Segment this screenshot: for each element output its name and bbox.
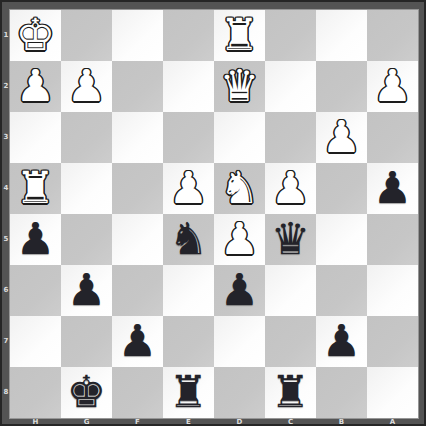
white-rook-d1[interactable]: ♜ [214,10,265,61]
black-pawn-g6[interactable]: ♟ [61,265,112,316]
square-d3[interactable] [214,112,265,163]
square-d6[interactable]: ♟ [214,265,265,316]
rank-label-5: 5 [2,214,10,265]
square-c8[interactable]: ♜ [265,367,316,418]
rank-label-6: 6 [2,265,10,316]
square-d1[interactable]: ♜ [214,10,265,61]
square-f5[interactable] [112,214,163,265]
black-knight-e5[interactable]: ♞ [163,214,214,265]
file-label-b: B [316,418,367,426]
square-e5[interactable]: ♞ [163,214,214,265]
square-g3[interactable] [61,112,112,163]
square-f4[interactable] [112,163,163,214]
square-b6[interactable] [316,265,367,316]
square-b1[interactable] [316,10,367,61]
square-h8[interactable] [10,367,61,418]
square-e3[interactable] [163,112,214,163]
white-pawn-c4[interactable]: ♟ [265,163,316,214]
square-b2[interactable] [316,61,367,112]
square-g5[interactable] [61,214,112,265]
square-h5[interactable]: ♟ [10,214,61,265]
rank-label-4: 4 [2,163,10,214]
black-queen-c5[interactable]: ♛ [265,214,316,265]
rank-label-8: 8 [2,367,10,418]
square-c7[interactable] [265,316,316,367]
square-e6[interactable] [163,265,214,316]
black-pawn-h5[interactable]: ♟ [10,214,61,265]
square-d4[interactable]: ♞ [214,163,265,214]
chess-board: ♚♜♟♟♛♟♟♜♟♞♟♟♟♞♟♛♟♟♟♟♚♜♜ [10,10,418,418]
square-f1[interactable] [112,10,163,61]
square-b4[interactable] [316,163,367,214]
square-a4[interactable]: ♟ [367,163,418,214]
white-rook-h4[interactable]: ♜ [10,163,61,214]
square-b7[interactable]: ♟ [316,316,367,367]
square-g7[interactable] [61,316,112,367]
square-a5[interactable] [367,214,418,265]
rank-label-1: 1 [2,10,10,61]
black-rook-c8[interactable]: ♜ [265,367,316,418]
file-label-h: H [10,418,61,426]
square-h1[interactable]: ♚ [10,10,61,61]
square-g2[interactable]: ♟ [61,61,112,112]
square-h2[interactable]: ♟ [10,61,61,112]
black-pawn-a4[interactable]: ♟ [367,163,418,214]
square-h4[interactable]: ♜ [10,163,61,214]
white-pawn-b3[interactable]: ♟ [316,112,367,163]
square-b3[interactable]: ♟ [316,112,367,163]
black-pawn-b7[interactable]: ♟ [316,316,367,367]
square-e2[interactable] [163,61,214,112]
square-f3[interactable] [112,112,163,163]
square-c3[interactable] [265,112,316,163]
black-king-g8[interactable]: ♚ [61,367,112,418]
rank-label-2: 2 [2,61,10,112]
square-g1[interactable] [61,10,112,61]
square-b8[interactable] [316,367,367,418]
file-label-e: E [163,418,214,426]
black-pawn-d6[interactable]: ♟ [214,265,265,316]
square-e8[interactable]: ♜ [163,367,214,418]
white-pawn-d5[interactable]: ♟ [214,214,265,265]
square-g8[interactable]: ♚ [61,367,112,418]
white-pawn-e4[interactable]: ♟ [163,163,214,214]
square-c4[interactable]: ♟ [265,163,316,214]
file-label-d: D [214,418,265,426]
file-label-f: F [112,418,163,426]
square-a1[interactable] [367,10,418,61]
black-pawn-f7[interactable]: ♟ [112,316,163,367]
square-a8[interactable] [367,367,418,418]
file-label-g: G [61,418,112,426]
white-pawn-g2[interactable]: ♟ [61,61,112,112]
square-b5[interactable] [316,214,367,265]
square-h3[interactable] [10,112,61,163]
white-pawn-a2[interactable]: ♟ [367,61,418,112]
rank-label-7: 7 [2,316,10,367]
square-f2[interactable] [112,61,163,112]
square-a2[interactable]: ♟ [367,61,418,112]
square-f8[interactable] [112,367,163,418]
file-label-a: A [367,418,418,426]
square-g4[interactable] [61,163,112,214]
square-a6[interactable] [367,265,418,316]
square-h6[interactable] [10,265,61,316]
square-d8[interactable] [214,367,265,418]
white-king-h1[interactable]: ♚ [10,10,61,61]
square-g6[interactable]: ♟ [61,265,112,316]
white-knight-d4[interactable]: ♞ [214,163,265,214]
square-c2[interactable] [265,61,316,112]
square-f6[interactable] [112,265,163,316]
square-c1[interactable] [265,10,316,61]
white-pawn-h2[interactable]: ♟ [10,61,61,112]
square-e4[interactable]: ♟ [163,163,214,214]
white-queen-d2[interactable]: ♛ [214,61,265,112]
square-h7[interactable] [10,316,61,367]
square-e7[interactable] [163,316,214,367]
file-label-c: C [265,418,316,426]
square-d7[interactable] [214,316,265,367]
square-f7[interactable]: ♟ [112,316,163,367]
square-c6[interactable] [265,265,316,316]
black-rook-e8[interactable]: ♜ [163,367,214,418]
rank-label-3: 3 [2,112,10,163]
square-c5[interactable]: ♛ [265,214,316,265]
square-e1[interactable] [163,10,214,61]
square-d2[interactable]: ♛ [214,61,265,112]
square-d5[interactable]: ♟ [214,214,265,265]
square-a3[interactable] [367,112,418,163]
board-frame: ♚♜♟♟♛♟♟♜♟♞♟♟♟♞♟♛♟♟♟♟♚♜♜ 12345678HGFEDCBA [0,0,426,426]
square-a7[interactable] [367,316,418,367]
